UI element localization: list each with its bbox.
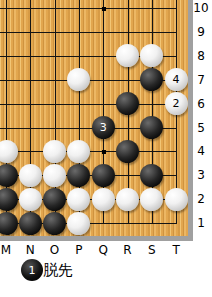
stone-black-R6 <box>116 92 139 115</box>
row-label-4: 4 <box>191 139 211 163</box>
row-label-5: 5 <box>191 116 211 140</box>
go-board[interactable]: 423 <box>0 0 188 236</box>
stone-white-P7 <box>67 68 90 91</box>
stone-black-R4 <box>116 140 139 163</box>
row-label-8: 8 <box>191 44 211 68</box>
stone-white-O4 <box>43 140 66 163</box>
stone-black-M2 <box>0 188 18 211</box>
stone-white-S8 <box>140 44 163 67</box>
go-diagram-page: 423 1 脱先 10987654321MNOPQRST <box>0 0 212 297</box>
star-point-Q4 <box>102 150 106 154</box>
row-label-7: 7 <box>191 68 211 92</box>
stone-white-T2 <box>165 188 188 211</box>
stone-black-O2 <box>43 188 66 211</box>
row-label-1: 1 <box>191 211 211 235</box>
move-number: 4 <box>173 74 180 85</box>
move-number: 2 <box>173 98 180 109</box>
stone-black-S7 <box>140 68 163 91</box>
caption: 1 脱先 <box>0 256 212 286</box>
stone-black-M3 <box>0 164 18 187</box>
grid-line-row-6 <box>0 104 177 105</box>
caption-text: 脱先 <box>43 261 73 279</box>
stone-white-M4 <box>0 140 18 163</box>
row-label-9: 9 <box>191 20 211 44</box>
row-label-2: 2 <box>191 187 211 211</box>
row-label-6: 6 <box>191 92 211 116</box>
stone-white-N3 <box>19 164 42 187</box>
stone-white-R8 <box>116 44 139 67</box>
stone-white-P4 <box>67 140 90 163</box>
stone-white-P2 <box>67 188 90 211</box>
col-label-P: P <box>67 242 91 257</box>
stone-white-N2 <box>19 188 42 211</box>
stone-white-O3 <box>43 164 66 187</box>
stone-white-T6: 2 <box>165 92 188 115</box>
grid-line-row-10 <box>0 8 177 9</box>
row-label-3: 3 <box>191 163 211 187</box>
stone-black-O1 <box>43 212 66 235</box>
caption-stone-black: 1 <box>21 259 43 281</box>
grid-line-row-9 <box>0 32 177 33</box>
col-label-Q: Q <box>91 242 115 257</box>
col-label-O: O <box>43 242 67 257</box>
stone-white-S2 <box>140 188 163 211</box>
row-label-10: 10 <box>191 0 211 20</box>
stone-black-P3 <box>67 164 90 187</box>
stone-black-M1 <box>0 212 18 235</box>
stone-white-Q2 <box>92 188 115 211</box>
col-label-M: M <box>0 242 18 257</box>
caption-move-number: 1 <box>29 265 36 276</box>
stone-black-S3 <box>140 164 163 187</box>
col-label-T: T <box>164 242 188 257</box>
move-number: 3 <box>100 122 107 133</box>
stone-black-Q5: 3 <box>92 116 115 139</box>
stone-black-N1 <box>19 212 42 235</box>
stone-white-T7: 4 <box>165 68 188 91</box>
col-label-S: S <box>140 242 164 257</box>
stone-black-Q3 <box>92 164 115 187</box>
col-label-R: R <box>116 242 140 257</box>
stone-white-P1 <box>67 212 90 235</box>
star-point-Q10 <box>102 7 106 11</box>
board-border-bottom <box>0 236 193 241</box>
stone-black-S5 <box>140 116 163 139</box>
stone-white-R2 <box>116 188 139 211</box>
col-label-N: N <box>18 242 42 257</box>
